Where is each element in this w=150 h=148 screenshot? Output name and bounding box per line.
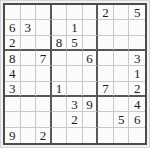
- sudoku-cell-r7c3[interactable]: [36, 97, 52, 112]
- sudoku-cell-r6c2[interactable]: [21, 82, 37, 97]
- sudoku-cell-r1c5[interactable]: [67, 5, 83, 20]
- sudoku-board: 25631285876341317239425692: [3, 3, 147, 145]
- sudoku-cell-r2c9[interactable]: [129, 20, 145, 35]
- sudoku-cell-r5c6[interactable]: [83, 66, 99, 81]
- sudoku-cell-r9c1[interactable]: 9: [5, 128, 21, 143]
- sudoku-cell-r4c3[interactable]: 7: [36, 51, 52, 66]
- sudoku-cell-r8c1[interactable]: [5, 112, 21, 127]
- sudoku-cell-r8c8[interactable]: 5: [114, 112, 130, 127]
- sudoku-cell-r7c5[interactable]: 3: [67, 97, 83, 112]
- sudoku-page: 25631285876341317239425692: [0, 0, 150, 148]
- sudoku-cell-r2c5[interactable]: 1: [67, 20, 83, 35]
- sudoku-cell-r3c4[interactable]: 8: [52, 36, 68, 51]
- sudoku-cell-r5c3[interactable]: [36, 66, 52, 81]
- sudoku-cell-r4c6[interactable]: 6: [83, 51, 99, 66]
- sudoku-cell-r1c9[interactable]: 5: [129, 5, 145, 20]
- sudoku-cell-r9c4[interactable]: [52, 128, 68, 143]
- sudoku-cell-r5c1[interactable]: 4: [5, 66, 21, 81]
- sudoku-cell-r9c9[interactable]: [129, 128, 145, 143]
- sudoku-cell-r6c8[interactable]: [114, 82, 130, 97]
- sudoku-cell-r5c8[interactable]: [114, 66, 130, 81]
- sudoku-cell-r2c8[interactable]: [114, 20, 130, 35]
- sudoku-cell-r7c7[interactable]: [98, 97, 114, 112]
- sudoku-cell-r8c5[interactable]: 2: [67, 112, 83, 127]
- sudoku-cell-r1c1[interactable]: [5, 5, 21, 20]
- sudoku-cell-r1c7[interactable]: 2: [98, 5, 114, 20]
- sudoku-cell-r2c4[interactable]: [52, 20, 68, 35]
- sudoku-cell-r7c4[interactable]: [52, 97, 68, 112]
- sudoku-cell-r7c8[interactable]: [114, 97, 130, 112]
- sudoku-cell-r4c2[interactable]: [21, 51, 37, 66]
- sudoku-cell-r6c7[interactable]: 7: [98, 82, 114, 97]
- sudoku-cell-r1c3[interactable]: [36, 5, 52, 20]
- sudoku-cell-r1c6[interactable]: [83, 5, 99, 20]
- sudoku-cell-r4c5[interactable]: [67, 51, 83, 66]
- sudoku-cell-r5c5[interactable]: [67, 66, 83, 81]
- sudoku-cell-r5c7[interactable]: [98, 66, 114, 81]
- sudoku-cell-r3c5[interactable]: 5: [67, 36, 83, 51]
- sudoku-cell-r4c9[interactable]: 3: [129, 51, 145, 66]
- sudoku-cell-r2c1[interactable]: 6: [5, 20, 21, 35]
- sudoku-cell-r4c1[interactable]: 8: [5, 51, 21, 66]
- sudoku-cell-r5c2[interactable]: [21, 66, 37, 81]
- sudoku-cell-r9c5[interactable]: [67, 128, 83, 143]
- sudoku-cell-r7c6[interactable]: 9: [83, 97, 99, 112]
- sudoku-cell-r8c3[interactable]: [36, 112, 52, 127]
- sudoku-cell-r3c3[interactable]: [36, 36, 52, 51]
- sudoku-cell-r8c6[interactable]: [83, 112, 99, 127]
- sudoku-cell-r3c1[interactable]: 2: [5, 36, 21, 51]
- sudoku-cell-r2c3[interactable]: [36, 20, 52, 35]
- sudoku-cell-r6c1[interactable]: 3: [5, 82, 21, 97]
- sudoku-cell-r7c9[interactable]: 4: [129, 97, 145, 112]
- sudoku-cell-r6c4[interactable]: 1: [52, 82, 68, 97]
- sudoku-cell-r2c6[interactable]: [83, 20, 99, 35]
- sudoku-cell-r7c1[interactable]: [5, 97, 21, 112]
- sudoku-cell-r3c2[interactable]: [21, 36, 37, 51]
- sudoku-cell-r2c2[interactable]: 3: [21, 20, 37, 35]
- sudoku-cell-r1c4[interactable]: [52, 5, 68, 20]
- sudoku-cell-r6c5[interactable]: [67, 82, 83, 97]
- sudoku-cell-r2c7[interactable]: [98, 20, 114, 35]
- sudoku-cell-r3c6[interactable]: [83, 36, 99, 51]
- sudoku-cell-r8c4[interactable]: [52, 112, 68, 127]
- sudoku-cell-r1c8[interactable]: [114, 5, 130, 20]
- sudoku-cell-r7c2[interactable]: [21, 97, 37, 112]
- sudoku-cell-r6c3[interactable]: [36, 82, 52, 97]
- sudoku-cell-r9c2[interactable]: [21, 128, 37, 143]
- sudoku-cell-r3c7[interactable]: [98, 36, 114, 51]
- sudoku-cell-r8c2[interactable]: [21, 112, 37, 127]
- sudoku-cell-r1c2[interactable]: [21, 5, 37, 20]
- sudoku-cell-r6c9[interactable]: 2: [129, 82, 145, 97]
- sudoku-cell-r9c7[interactable]: [98, 128, 114, 143]
- sudoku-cell-r9c6[interactable]: [83, 128, 99, 143]
- sudoku-cell-r9c8[interactable]: [114, 128, 130, 143]
- sudoku-cell-r4c7[interactable]: [98, 51, 114, 66]
- sudoku-cell-r5c4[interactable]: [52, 66, 68, 81]
- sudoku-cell-r5c9[interactable]: 1: [129, 66, 145, 81]
- sudoku-cell-r9c3[interactable]: 2: [36, 128, 52, 143]
- sudoku-cell-r4c4[interactable]: [52, 51, 68, 66]
- sudoku-cell-r3c8[interactable]: [114, 36, 130, 51]
- sudoku-cell-r4c8[interactable]: [114, 51, 130, 66]
- sudoku-cell-r8c9[interactable]: 6: [129, 112, 145, 127]
- sudoku-cell-r3c9[interactable]: [129, 36, 145, 51]
- sudoku-cell-r6c6[interactable]: [83, 82, 99, 97]
- sudoku-cell-r8c7[interactable]: [98, 112, 114, 127]
